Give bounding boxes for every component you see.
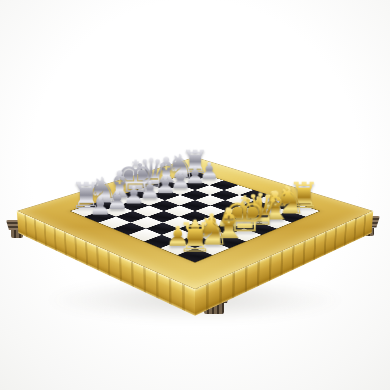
- square-g4: [131, 216, 163, 228]
- piece-gold-rook-h8: ♜: [177, 217, 213, 258]
- chess-board: ♜♞♝♛♚♝♞♜♟♟♟♟♟♟♟♟♟♟♟♟♟♟♟♟♜♞♝♛♚♝♞♜: [17, 157, 373, 289]
- square-h3: [99, 216, 131, 228]
- chess-set-photo: ♜♞♝♛♚♝♞♜♟♟♟♟♟♟♟♟♟♟♟♟♟♟♟♟♜♞♝♛♚♝♞♜: [0, 0, 390, 390]
- square-h4: [113, 222, 146, 234]
- square-g3: [116, 211, 148, 223]
- square-h5: [128, 228, 161, 241]
- piece-silver-pawn-h2: ♟: [89, 193, 112, 218]
